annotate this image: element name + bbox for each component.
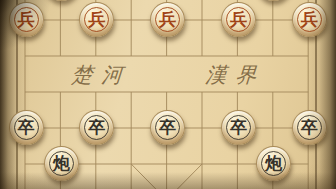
piece-character: 兵 xyxy=(230,10,247,27)
piece-character: 卒 xyxy=(88,118,105,135)
pieces-layer: 炮炮兵兵兵兵兵卒卒卒卒卒炮炮 xyxy=(0,0,336,189)
piece-character: 兵 xyxy=(301,10,318,27)
piece-character: 卒 xyxy=(18,118,35,135)
piece-black-soldier[interactable]: 卒 xyxy=(9,110,44,145)
piece-character: 炮 xyxy=(53,154,70,171)
piece-red-soldier[interactable]: 兵 xyxy=(292,2,327,37)
piece-red-cannon[interactable]: 炮 xyxy=(256,0,291,1)
piece-character: 兵 xyxy=(18,10,35,27)
piece-black-soldier[interactable]: 卒 xyxy=(292,110,327,145)
piece-red-soldier[interactable]: 兵 xyxy=(79,2,114,37)
piece-character: 卒 xyxy=(230,118,247,135)
piece-character: 兵 xyxy=(159,10,176,27)
piece-character: 卒 xyxy=(159,118,176,135)
xiangqi-board[interactable]: 楚河 漢界 炮炮兵兵兵兵兵卒卒卒卒卒炮炮 xyxy=(0,0,336,189)
piece-red-soldier[interactable]: 兵 xyxy=(150,2,185,37)
piece-red-soldier[interactable]: 兵 xyxy=(221,2,256,37)
piece-black-soldier[interactable]: 卒 xyxy=(221,110,256,145)
piece-character: 炮 xyxy=(265,154,282,171)
piece-black-soldier[interactable]: 卒 xyxy=(79,110,114,145)
piece-black-cannon[interactable]: 炮 xyxy=(256,146,291,181)
piece-red-soldier[interactable]: 兵 xyxy=(9,2,44,37)
piece-black-cannon[interactable]: 炮 xyxy=(44,146,79,181)
piece-character: 卒 xyxy=(301,118,318,135)
piece-red-cannon[interactable]: 炮 xyxy=(44,0,79,1)
piece-black-soldier[interactable]: 卒 xyxy=(150,110,185,145)
piece-character: 兵 xyxy=(88,10,105,27)
